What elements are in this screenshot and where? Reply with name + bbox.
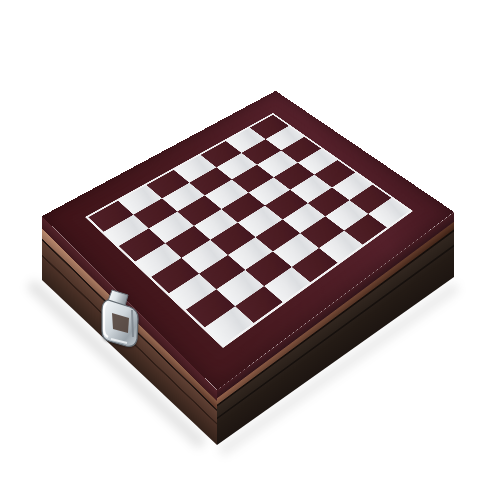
clasp-buckle bbox=[102, 300, 138, 346]
clasp-latch bbox=[99, 289, 143, 354]
product-photo-stage bbox=[0, 0, 500, 500]
